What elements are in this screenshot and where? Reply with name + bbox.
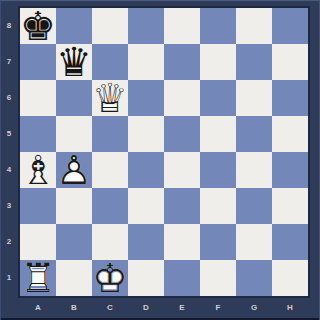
square-g3[interactable] bbox=[236, 188, 272, 224]
square-c2[interactable] bbox=[92, 224, 128, 260]
square-b4[interactable]: ♟♙ bbox=[56, 152, 92, 188]
square-f7[interactable] bbox=[200, 44, 236, 80]
square-b1[interactable] bbox=[56, 260, 92, 296]
square-g7[interactable] bbox=[236, 44, 272, 80]
black-king: ♚ bbox=[20, 8, 56, 44]
square-h8[interactable] bbox=[272, 8, 308, 44]
square-e1[interactable] bbox=[164, 260, 200, 296]
rank-label-8: 8 bbox=[0, 8, 18, 44]
white-rook: ♜♖ bbox=[20, 260, 56, 296]
square-a3[interactable] bbox=[20, 188, 56, 224]
square-e4[interactable] bbox=[164, 152, 200, 188]
square-h7[interactable] bbox=[272, 44, 308, 80]
square-a2[interactable] bbox=[20, 224, 56, 260]
square-d8[interactable] bbox=[128, 8, 164, 44]
square-c8[interactable] bbox=[92, 8, 128, 44]
rank-label-3: 3 bbox=[0, 188, 18, 224]
square-d3[interactable] bbox=[128, 188, 164, 224]
square-e8[interactable] bbox=[164, 8, 200, 44]
file-label-g: G bbox=[236, 298, 272, 320]
square-b5[interactable] bbox=[56, 116, 92, 152]
square-d2[interactable] bbox=[128, 224, 164, 260]
rank-label-6: 6 bbox=[0, 80, 18, 116]
square-a6[interactable] bbox=[20, 80, 56, 116]
square-d5[interactable] bbox=[128, 116, 164, 152]
square-e5[interactable] bbox=[164, 116, 200, 152]
white-pawn: ♟♙ bbox=[56, 152, 92, 188]
square-a5[interactable] bbox=[20, 116, 56, 152]
square-h4[interactable] bbox=[272, 152, 308, 188]
rank-labels: 87654321 bbox=[0, 8, 18, 296]
square-b8[interactable] bbox=[56, 8, 92, 44]
square-a7[interactable] bbox=[20, 44, 56, 80]
square-c7[interactable] bbox=[92, 44, 128, 80]
square-h3[interactable] bbox=[272, 188, 308, 224]
file-label-c: C bbox=[92, 298, 128, 320]
square-g5[interactable] bbox=[236, 116, 272, 152]
square-c6[interactable]: ♛♕ bbox=[92, 80, 128, 116]
square-g1[interactable] bbox=[236, 260, 272, 296]
square-f1[interactable] bbox=[200, 260, 236, 296]
square-f2[interactable] bbox=[200, 224, 236, 260]
square-d7[interactable] bbox=[128, 44, 164, 80]
square-f8[interactable] bbox=[200, 8, 236, 44]
square-b2[interactable] bbox=[56, 224, 92, 260]
square-h2[interactable] bbox=[272, 224, 308, 260]
rank-label-1: 1 bbox=[0, 260, 18, 296]
black-queen: ♛ bbox=[56, 44, 92, 80]
white-king: ♚♔ bbox=[92, 260, 128, 296]
file-label-f: F bbox=[200, 298, 236, 320]
square-b6[interactable] bbox=[56, 80, 92, 116]
square-c1[interactable]: ♚♔ bbox=[92, 260, 128, 296]
square-d6[interactable] bbox=[128, 80, 164, 116]
square-e3[interactable] bbox=[164, 188, 200, 224]
square-f6[interactable] bbox=[200, 80, 236, 116]
square-a1[interactable]: ♜♖ bbox=[20, 260, 56, 296]
square-g8[interactable] bbox=[236, 8, 272, 44]
square-e7[interactable] bbox=[164, 44, 200, 80]
rank-label-2: 2 bbox=[0, 224, 18, 260]
chessboard-frame: 87654321 ♚♛♛♕♝♗♟♙♜♖♚♔ ABCDEFGH bbox=[0, 0, 320, 320]
square-g2[interactable] bbox=[236, 224, 272, 260]
file-label-a: A bbox=[20, 298, 56, 320]
white-bishop: ♝♗ bbox=[20, 152, 56, 188]
white-queen: ♛♕ bbox=[92, 80, 128, 116]
rank-label-7: 7 bbox=[0, 44, 18, 80]
square-g4[interactable] bbox=[236, 152, 272, 188]
square-b3[interactable] bbox=[56, 188, 92, 224]
square-d1[interactable] bbox=[128, 260, 164, 296]
rank-label-5: 5 bbox=[0, 116, 18, 152]
square-h1[interactable] bbox=[272, 260, 308, 296]
file-label-e: E bbox=[164, 298, 200, 320]
square-a8[interactable]: ♚ bbox=[20, 8, 56, 44]
square-c4[interactable] bbox=[92, 152, 128, 188]
square-f4[interactable] bbox=[200, 152, 236, 188]
rank-label-4: 4 bbox=[0, 152, 18, 188]
square-h6[interactable] bbox=[272, 80, 308, 116]
file-label-d: D bbox=[128, 298, 164, 320]
square-f5[interactable] bbox=[200, 116, 236, 152]
file-labels: ABCDEFGH bbox=[20, 298, 308, 320]
chessboard: ♚♛♛♕♝♗♟♙♜♖♚♔ bbox=[18, 6, 310, 298]
square-h5[interactable] bbox=[272, 116, 308, 152]
square-c5[interactable] bbox=[92, 116, 128, 152]
square-e2[interactable] bbox=[164, 224, 200, 260]
square-a4[interactable]: ♝♗ bbox=[20, 152, 56, 188]
square-g6[interactable] bbox=[236, 80, 272, 116]
file-label-h: H bbox=[272, 298, 308, 320]
square-b7[interactable]: ♛ bbox=[56, 44, 92, 80]
file-label-b: B bbox=[56, 298, 92, 320]
square-e6[interactable] bbox=[164, 80, 200, 116]
square-d4[interactable] bbox=[128, 152, 164, 188]
square-c3[interactable] bbox=[92, 188, 128, 224]
square-f3[interactable] bbox=[200, 188, 236, 224]
